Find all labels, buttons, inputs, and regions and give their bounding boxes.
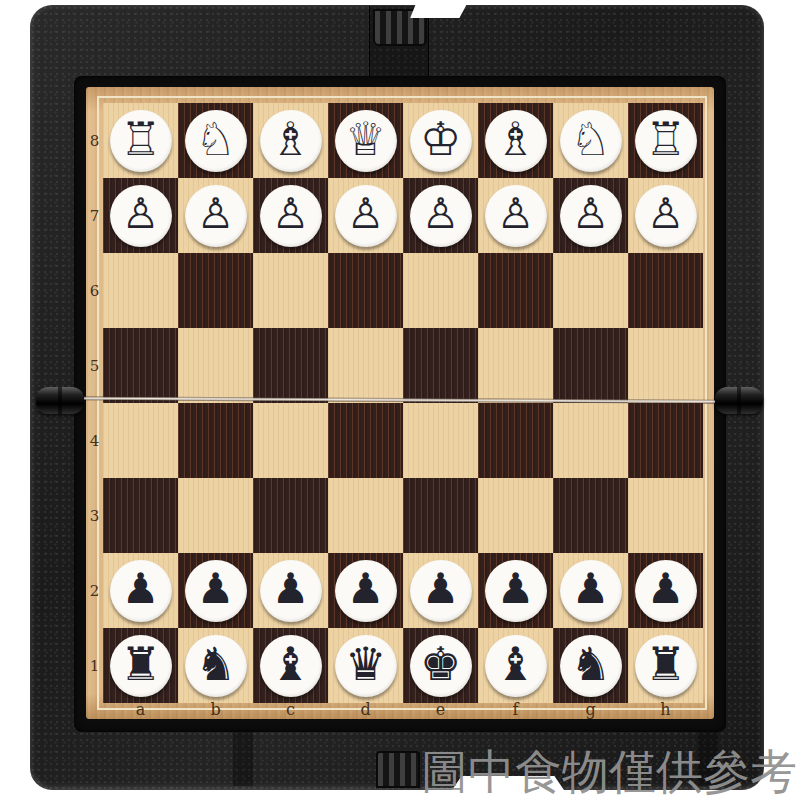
square-c5[interactable]: [253, 328, 328, 403]
square-c8[interactable]: ♗: [253, 103, 328, 178]
piece-bP-e2[interactable]: ♟: [410, 560, 472, 622]
file-label-g: g: [553, 700, 628, 719]
piece-glyph: ♟: [272, 568, 310, 610]
piece-bR-a1[interactable]: ♜: [110, 635, 172, 697]
square-f8[interactable]: ♗: [478, 103, 553, 178]
square-e1[interactable]: ♚: [403, 628, 478, 703]
piece-glyph: ♚: [420, 641, 461, 687]
square-c7[interactable]: ♙: [253, 178, 328, 253]
piece-wP-b7[interactable]: ♙: [185, 185, 247, 247]
piece-glyph: ♘: [570, 116, 611, 162]
square-a5[interactable]: [103, 328, 178, 403]
square-d3[interactable]: [328, 478, 403, 553]
square-b3[interactable]: [178, 478, 253, 553]
piece-bP-f2[interactable]: ♟: [485, 560, 547, 622]
piece-glyph: ♔: [420, 116, 461, 162]
square-f4[interactable]: [478, 403, 553, 478]
rank-label-5: 5: [86, 328, 103, 403]
piece-bP-d2[interactable]: ♟: [335, 560, 397, 622]
piece-wP-e7[interactable]: ♙: [410, 185, 472, 247]
piece-glyph: ♝: [495, 641, 536, 687]
square-a3[interactable]: [103, 478, 178, 553]
piece-wR-a8[interactable]: ♖: [110, 110, 172, 172]
piece-bP-c2[interactable]: ♟: [260, 560, 322, 622]
square-d1[interactable]: ♛: [328, 628, 403, 703]
piece-glyph: ♟: [122, 568, 160, 610]
square-f5[interactable]: [478, 328, 553, 403]
square-b2[interactable]: ♟: [178, 553, 253, 628]
square-b1[interactable]: ♞: [178, 628, 253, 703]
file-labels: abcdefgh: [103, 700, 703, 719]
rank-labels: 87654321: [86, 103, 103, 703]
piece-glyph: ♟: [497, 568, 535, 610]
file-label-c: c: [253, 700, 328, 719]
piece-wP-c7[interactable]: ♙: [260, 185, 322, 247]
watermark-text: 圖中食物僅供參考: [421, 741, 797, 800]
piece-glyph: ♖: [645, 116, 686, 162]
piece-wK-e8[interactable]: ♔: [410, 110, 472, 172]
square-c6[interactable]: [253, 253, 328, 328]
square-g7[interactable]: ♙: [553, 178, 628, 253]
product-photo: 87654321 ♖♘♗♕♔♗♘♖♙♙♙♙♙♙♙♙♟♟♟♟♟♟♟♟♜♞♝♛♚♝♞…: [0, 0, 800, 800]
piece-glyph: ♞: [195, 641, 236, 687]
square-e7[interactable]: ♙: [403, 178, 478, 253]
piece-glyph: ♟: [422, 568, 460, 610]
file-label-h: h: [628, 700, 703, 719]
piece-glyph: ♟: [197, 568, 235, 610]
square-d7[interactable]: ♙: [328, 178, 403, 253]
square-h2[interactable]: ♟: [628, 553, 703, 628]
square-h4[interactable]: [628, 403, 703, 478]
square-b8[interactable]: ♘: [178, 103, 253, 178]
piece-glyph: ♟: [572, 568, 610, 610]
square-e5[interactable]: [403, 328, 478, 403]
piece-glyph: ♙: [422, 193, 460, 235]
piece-wN-b8[interactable]: ♘: [185, 110, 247, 172]
rank-label-4: 4: [86, 403, 103, 478]
square-f1[interactable]: ♝: [478, 628, 553, 703]
rank-label-3: 3: [86, 478, 103, 553]
file-label-b: b: [178, 700, 253, 719]
square-g2[interactable]: ♟: [553, 553, 628, 628]
hinge-pin: [58, 387, 62, 414]
square-h3[interactable]: [628, 478, 703, 553]
square-c2[interactable]: ♟: [253, 553, 328, 628]
piece-glyph: ♞: [570, 641, 611, 687]
piece-wP-a7[interactable]: ♙: [110, 185, 172, 247]
case-mold-seam: [233, 724, 253, 786]
piece-glyph: ♙: [572, 193, 610, 235]
square-h6[interactable]: [628, 253, 703, 328]
piece-bB-c1[interactable]: ♝: [260, 635, 322, 697]
piece-glyph: ♗: [270, 116, 311, 162]
piece-wP-f7[interactable]: ♙: [485, 185, 547, 247]
square-h8[interactable]: ♖: [628, 103, 703, 178]
piece-bK-e1[interactable]: ♚: [410, 635, 472, 697]
hinge-pin: [737, 387, 741, 414]
piece-bN-b1[interactable]: ♞: [185, 635, 247, 697]
square-a6[interactable]: [103, 253, 178, 328]
square-g1[interactable]: ♞: [553, 628, 628, 703]
rank-label-7: 7: [86, 178, 103, 253]
piece-glyph: ♙: [122, 193, 160, 235]
square-a7[interactable]: ♙: [103, 178, 178, 253]
bottom-clasp: [376, 751, 420, 788]
piece-wB-f8[interactable]: ♗: [485, 110, 547, 172]
square-b6[interactable]: [178, 253, 253, 328]
piece-wP-h7[interactable]: ♙: [635, 185, 697, 247]
piece-glyph: ♟: [347, 568, 385, 610]
square-g8[interactable]: ♘: [553, 103, 628, 178]
square-h1[interactable]: ♜: [628, 628, 703, 703]
square-e2[interactable]: ♟: [403, 553, 478, 628]
piece-glyph: ♟: [647, 568, 685, 610]
square-g3[interactable]: [553, 478, 628, 553]
right-hinge: [715, 387, 763, 414]
piece-wN-g8[interactable]: ♘: [560, 110, 622, 172]
rank-label-1: 1: [86, 628, 103, 703]
piece-glyph: ♙: [647, 193, 685, 235]
piece-glyph: ♕: [345, 116, 386, 162]
square-d6[interactable]: [328, 253, 403, 328]
square-c4[interactable]: [253, 403, 328, 478]
square-g4[interactable]: [553, 403, 628, 478]
square-f3[interactable]: [478, 478, 553, 553]
square-a4[interactable]: [103, 403, 178, 478]
piece-wP-d7[interactable]: ♙: [335, 185, 397, 247]
piece-glyph: ♜: [645, 641, 686, 687]
square-g5[interactable]: [553, 328, 628, 403]
file-label-a: a: [103, 700, 178, 719]
piece-wQ-d8[interactable]: ♕: [335, 110, 397, 172]
piece-glyph: ♙: [197, 193, 235, 235]
square-a1[interactable]: ♜: [103, 628, 178, 703]
square-g6[interactable]: [553, 253, 628, 328]
square-a2[interactable]: ♟: [103, 553, 178, 628]
piece-glyph: ♛: [345, 641, 386, 687]
piece-glyph: ♜: [120, 641, 161, 687]
piece-glyph: ♙: [347, 193, 385, 235]
square-e6[interactable]: [403, 253, 478, 328]
piece-glyph: ♙: [272, 193, 310, 235]
square-c1[interactable]: ♝: [253, 628, 328, 703]
square-h7[interactable]: ♙: [628, 178, 703, 253]
square-e3[interactable]: [403, 478, 478, 553]
square-f2[interactable]: ♟: [478, 553, 553, 628]
piece-glyph: ♖: [120, 116, 161, 162]
piece-bP-a2[interactable]: ♟: [110, 560, 172, 622]
square-e4[interactable]: [403, 403, 478, 478]
piece-bP-h2[interactable]: ♟: [635, 560, 697, 622]
piece-bP-g2[interactable]: ♟: [560, 560, 622, 622]
piece-bN-g1[interactable]: ♞: [560, 635, 622, 697]
rank-label-8: 8: [86, 103, 103, 178]
square-c3[interactable]: [253, 478, 328, 553]
square-d2[interactable]: ♟: [328, 553, 403, 628]
square-b4[interactable]: [178, 403, 253, 478]
piece-wR-h8[interactable]: ♖: [635, 110, 697, 172]
file-label-f: f: [478, 700, 553, 719]
square-d4[interactable]: [328, 403, 403, 478]
square-h5[interactable]: [628, 328, 703, 403]
case-top-notch: [409, 0, 469, 18]
piece-wB-c8[interactable]: ♗: [260, 110, 322, 172]
square-d5[interactable]: [328, 328, 403, 403]
file-label-e: e: [403, 700, 478, 719]
piece-bB-f1[interactable]: ♝: [485, 635, 547, 697]
piece-bP-b2[interactable]: ♟: [185, 560, 247, 622]
piece-glyph: ♙: [497, 193, 535, 235]
piece-bQ-d1[interactable]: ♛: [335, 635, 397, 697]
piece-glyph: ♝: [270, 641, 311, 687]
piece-bR-h1[interactable]: ♜: [635, 635, 697, 697]
rank-label-6: 6: [86, 253, 103, 328]
rank-label-2: 2: [86, 553, 103, 628]
square-a8[interactable]: ♖: [103, 103, 178, 178]
file-label-d: d: [328, 700, 403, 719]
square-d8[interactable]: ♕: [328, 103, 403, 178]
piece-glyph: ♘: [195, 116, 236, 162]
piece-glyph: ♗: [495, 116, 536, 162]
piece-wP-g7[interactable]: ♙: [560, 185, 622, 247]
square-f7[interactable]: ♙: [478, 178, 553, 253]
square-b5[interactable]: [178, 328, 253, 403]
square-f6[interactable]: [478, 253, 553, 328]
left-hinge: [36, 387, 84, 414]
square-b7[interactable]: ♙: [178, 178, 253, 253]
square-e8[interactable]: ♔: [403, 103, 478, 178]
